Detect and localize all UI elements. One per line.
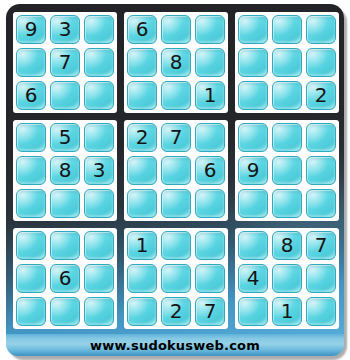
cell-r8c1[interactable] <box>16 264 46 293</box>
cell-r4c2[interactable]: 5 <box>50 123 80 152</box>
cell-r9c5[interactable]: 2 <box>161 297 191 326</box>
cell-r1c1[interactable]: 9 <box>16 15 46 44</box>
cell-r9c7[interactable] <box>238 297 268 326</box>
cell-r9c3[interactable] <box>84 297 114 326</box>
cell-r4c3[interactable] <box>84 123 114 152</box>
cell-r6c2[interactable] <box>50 189 80 218</box>
cell-r1c5[interactable] <box>161 15 191 44</box>
cell-r8c5[interactable] <box>161 264 191 293</box>
cell-r9c4[interactable] <box>127 297 157 326</box>
box-6: 9 <box>235 120 339 221</box>
cell-r2c1[interactable] <box>16 48 46 77</box>
cell-r3c5[interactable] <box>161 81 191 110</box>
cell-r9c2[interactable] <box>50 297 80 326</box>
cell-r9c1[interactable] <box>16 297 46 326</box>
cell-r2c3[interactable] <box>84 48 114 77</box>
cell-r5c8[interactable] <box>272 156 302 185</box>
cell-r1c3[interactable] <box>84 15 114 44</box>
cell-r4c5[interactable]: 7 <box>161 123 191 152</box>
cell-r1c8[interactable] <box>272 15 302 44</box>
cell-r1c6[interactable] <box>195 15 225 44</box>
sudoku-board: 93766812583276961278741 <box>13 12 339 329</box>
cell-r2c4[interactable] <box>127 48 157 77</box>
cell-r6c8[interactable] <box>272 189 302 218</box>
cell-r6c1[interactable] <box>16 189 46 218</box>
cell-r4c7[interactable] <box>238 123 268 152</box>
cell-r1c7[interactable] <box>238 15 268 44</box>
cell-r9c6[interactable]: 7 <box>195 297 225 326</box>
box-1: 9376 <box>13 12 117 113</box>
cell-r3c7[interactable] <box>238 81 268 110</box>
cell-r7c9[interactable]: 7 <box>306 231 336 260</box>
cell-r2c9[interactable] <box>306 48 336 77</box>
cell-r1c2[interactable]: 3 <box>50 15 80 44</box>
cell-r3c2[interactable] <box>50 81 80 110</box>
cell-r6c5[interactable] <box>161 189 191 218</box>
cell-r7c5[interactable] <box>161 231 191 260</box>
cell-r7c2[interactable] <box>50 231 80 260</box>
cell-r7c1[interactable] <box>16 231 46 260</box>
box-9: 8741 <box>235 228 339 329</box>
cell-r8c3[interactable] <box>84 264 114 293</box>
box-8: 127 <box>124 228 228 329</box>
cell-r7c8[interactable]: 8 <box>272 231 302 260</box>
cell-r5c4[interactable] <box>127 156 157 185</box>
box-4: 583 <box>13 120 117 221</box>
cell-r2c2[interactable]: 7 <box>50 48 80 77</box>
cell-r7c4[interactable]: 1 <box>127 231 157 260</box>
cell-r9c8[interactable]: 1 <box>272 297 302 326</box>
cell-r4c6[interactable] <box>195 123 225 152</box>
cell-r4c9[interactable] <box>306 123 336 152</box>
box-5: 276 <box>124 120 228 221</box>
cell-r8c6[interactable] <box>195 264 225 293</box>
cell-r3c3[interactable] <box>84 81 114 110</box>
cell-r5c1[interactable] <box>16 156 46 185</box>
cell-r8c2[interactable]: 6 <box>50 264 80 293</box>
cell-r5c5[interactable] <box>161 156 191 185</box>
cell-r5c6[interactable]: 6 <box>195 156 225 185</box>
cell-r3c4[interactable] <box>127 81 157 110</box>
cell-r3c6[interactable]: 1 <box>195 81 225 110</box>
box-3: 2 <box>235 12 339 113</box>
cell-r8c9[interactable] <box>306 264 336 293</box>
box-2: 681 <box>124 12 228 113</box>
cell-r7c3[interactable] <box>84 231 114 260</box>
cell-r2c8[interactable] <box>272 48 302 77</box>
cell-r4c8[interactable] <box>272 123 302 152</box>
site-url[interactable]: www.sudokusweb.com <box>90 338 260 353</box>
cell-r8c7[interactable]: 4 <box>238 264 268 293</box>
footer-band: www.sudokusweb.com <box>6 334 344 356</box>
cell-r7c7[interactable] <box>238 231 268 260</box>
cell-r6c9[interactable] <box>306 189 336 218</box>
board-frame: 93766812583276961278741 www.sudokusweb.c… <box>6 4 344 356</box>
cell-r5c7[interactable]: 9 <box>238 156 268 185</box>
cell-r1c4[interactable]: 6 <box>127 15 157 44</box>
cell-r3c8[interactable] <box>272 81 302 110</box>
cell-r6c7[interactable] <box>238 189 268 218</box>
cell-r7c6[interactable] <box>195 231 225 260</box>
cell-r8c4[interactable] <box>127 264 157 293</box>
cell-r2c7[interactable] <box>238 48 268 77</box>
cell-r9c9[interactable] <box>306 297 336 326</box>
cell-r3c1[interactable]: 6 <box>16 81 46 110</box>
cell-r4c1[interactable] <box>16 123 46 152</box>
cell-r6c4[interactable] <box>127 189 157 218</box>
cell-r2c5[interactable]: 8 <box>161 48 191 77</box>
cell-r5c2[interactable]: 8 <box>50 156 80 185</box>
box-7: 6 <box>13 228 117 329</box>
cell-r4c4[interactable]: 2 <box>127 123 157 152</box>
cell-r8c8[interactable] <box>272 264 302 293</box>
cell-r3c9[interactable]: 2 <box>306 81 336 110</box>
cell-r2c6[interactable] <box>195 48 225 77</box>
cell-r6c6[interactable] <box>195 189 225 218</box>
cell-r6c3[interactable] <box>84 189 114 218</box>
cell-r5c9[interactable] <box>306 156 336 185</box>
cell-r5c3[interactable]: 3 <box>84 156 114 185</box>
cell-r1c9[interactable] <box>306 15 336 44</box>
